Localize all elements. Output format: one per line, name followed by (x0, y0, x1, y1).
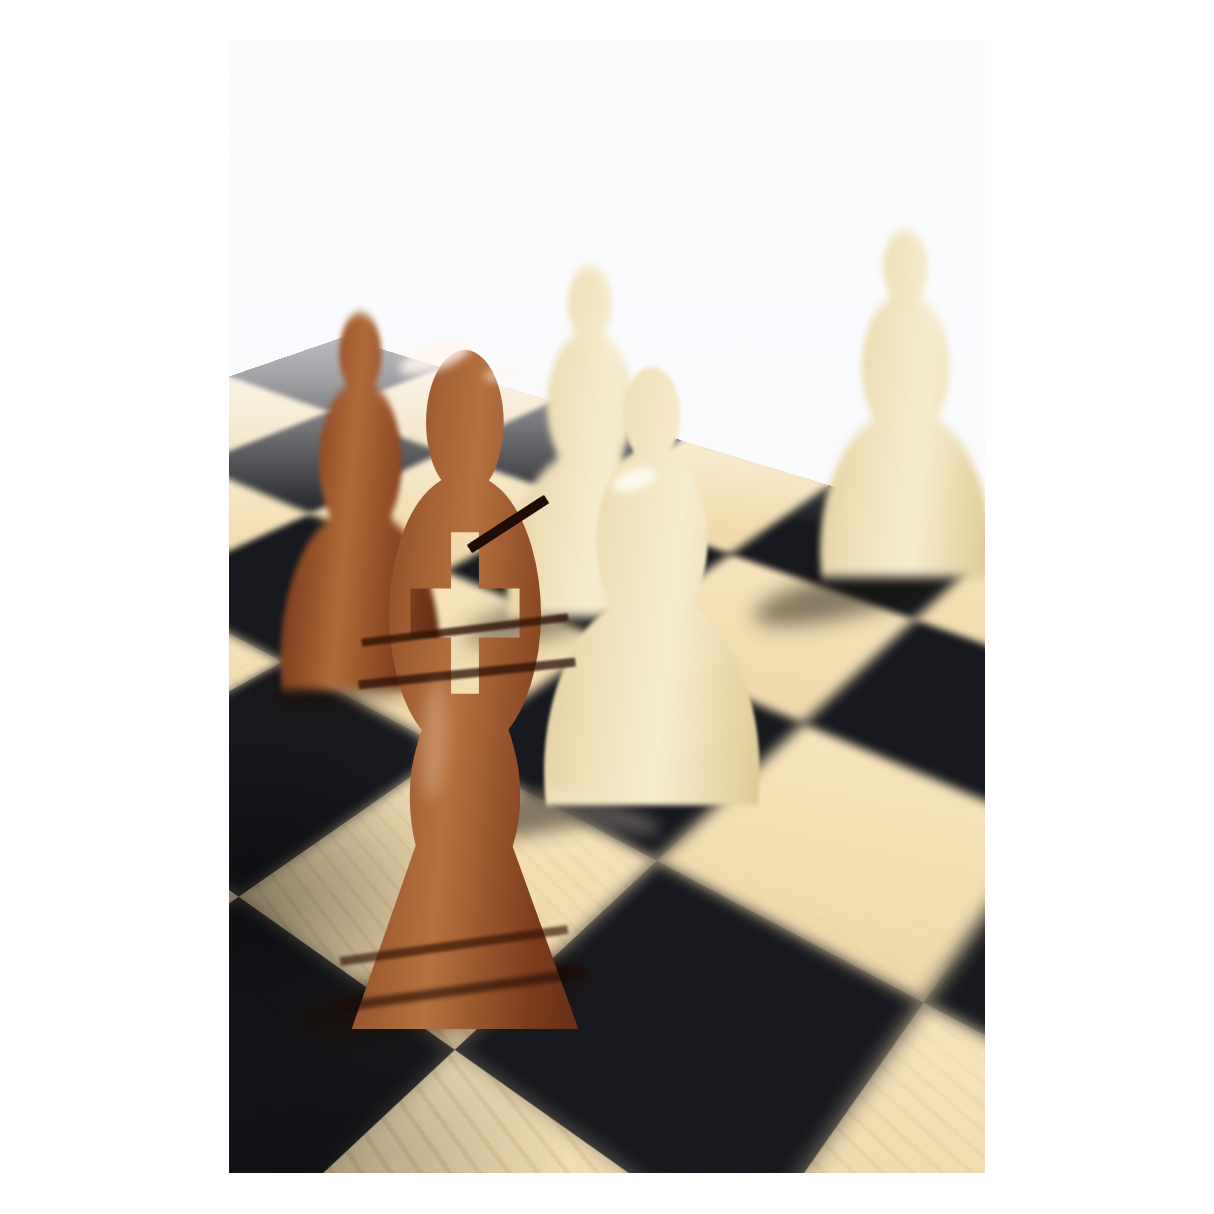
screenshot-canvas: ♟♟♟♟♝ (0, 0, 1214, 1214)
bishop-collar-ring-1 (361, 613, 568, 646)
bishop-base-ring (339, 925, 568, 966)
board-scene: ♟♟♟♟♝ (229, 40, 985, 1173)
bishop-base-rim (336, 968, 587, 1013)
bishop-collar-ring-2 (358, 657, 576, 689)
bishop-mitre-slot (467, 495, 550, 553)
cream-pawn-e5-highlight (609, 463, 659, 496)
bishop-knob-highlight (395, 332, 475, 382)
bishop-neck-sheen (418, 679, 450, 800)
chess-photo: ♟♟♟♟♝ (229, 40, 985, 1173)
bishop-base-sheen (531, 781, 664, 844)
bishop-knob-glint (482, 362, 522, 385)
piece-details-layer (229, 40, 985, 1173)
